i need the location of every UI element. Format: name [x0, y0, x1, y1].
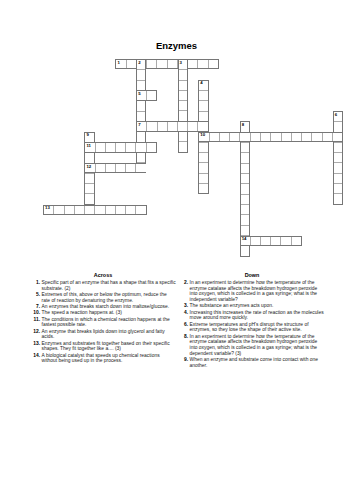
clue-item-text: Specific part of an enzyme that has a sh… — [42, 280, 176, 291]
clues-section: Across 1.Specific part of an enzyme that… — [0, 272, 353, 369]
clue-item: 2.In an experiment to determine how the … — [178, 280, 326, 303]
grid-cell: 11 — [85, 143, 94, 151]
grid-cell — [208, 60, 218, 68]
grid-cell: 3 — [179, 60, 187, 69]
clue-item-number: 12. — [30, 329, 42, 340]
grid-cell — [156, 60, 166, 68]
clue-item-number: 13. — [30, 341, 42, 352]
clue-item: 4.Increasing this increases the rate of … — [178, 310, 326, 321]
clue-number-label: 13 — [45, 205, 50, 210]
clue-item: 9.When an enzyme and substrate come into… — [178, 357, 326, 368]
clue-item-text: An enzyme that breaks lipids down into g… — [42, 329, 176, 340]
grid-cell — [241, 173, 249, 183]
down-clues-column: Down 2.In an experiment to determine how… — [178, 272, 326, 369]
grid-cell — [137, 100, 145, 110]
grid-cell — [334, 152, 342, 162]
clue-item-text: Enzymes and substrates fit together base… — [42, 341, 176, 352]
grid-cell — [177, 122, 187, 130]
grid-cell — [311, 133, 321, 141]
clue-item-number: 4. — [178, 310, 190, 321]
grid-cell — [270, 133, 280, 141]
clue-number-label: 10 — [200, 132, 205, 137]
word-box-13-across: 13 — [43, 205, 147, 215]
grid-cell — [115, 164, 125, 172]
grid-cell — [179, 69, 187, 79]
grid-cell: 10 — [199, 133, 208, 141]
grid-cell — [135, 206, 145, 214]
clue-number-label: 5 — [138, 91, 140, 96]
grid-cell — [241, 245, 249, 255]
grid-cell — [281, 133, 291, 141]
across-header: Across — [30, 272, 176, 278]
word-box-14-across: 14 — [240, 236, 302, 246]
grid-cell — [334, 121, 342, 131]
grid-cell: 5 — [137, 91, 146, 99]
clue-item: 11.The conditions in which a chemical re… — [30, 317, 176, 328]
grid-cell — [301, 133, 311, 141]
grid-cell — [219, 133, 229, 141]
down-header: Down — [178, 272, 326, 278]
grid-cell — [115, 143, 125, 151]
grid-cell: 13 — [44, 206, 53, 214]
grid-cell — [179, 110, 187, 120]
clue-number-label: 1 — [117, 60, 119, 65]
clue-item: 13.Enzymes and substrates fit together b… — [30, 341, 176, 352]
grid-cell — [260, 237, 270, 245]
grid-cell — [126, 60, 136, 68]
clue-item-text: Increasing this increases the rate of re… — [190, 310, 326, 321]
word-box-5-across: 5 — [136, 90, 157, 100]
clue-item-number: 10. — [30, 310, 42, 316]
down-clue-list: 2.In an experiment to determine how the … — [178, 280, 326, 369]
grid-cell — [137, 152, 145, 162]
grid-cell — [179, 131, 187, 141]
clue-item: 7.An enzymes that breaks starch down int… — [30, 304, 176, 310]
grid-cell — [199, 111, 207, 121]
grid-cell — [135, 164, 145, 172]
word-box-7-across: 7 — [136, 121, 208, 131]
grid-cell — [157, 122, 167, 130]
word-box-12-across: 12 — [84, 163, 146, 173]
grid-cell: 12 — [85, 164, 94, 172]
word-box-6-down: 6 — [333, 111, 343, 205]
clue-item-number: 7. — [30, 304, 42, 310]
grid-cell — [250, 133, 260, 141]
grid-cell: 8 — [241, 122, 249, 131]
clue-item-text: The substance an enzymes acts upon. — [190, 303, 326, 309]
grid-cell: 6 — [334, 112, 342, 121]
clue-item-text: The speed a reaction happens at. (3) — [42, 310, 176, 316]
grid-cell — [85, 152, 93, 162]
clue-number-label: 4 — [200, 80, 202, 85]
clue-item: 3.The substance an enzymes acts upon. — [178, 303, 326, 309]
grid-cell — [332, 133, 342, 141]
grid-cell — [167, 122, 177, 130]
crossword-document-page: { "game": "crossword", "title": "Enzymes… — [0, 0, 353, 500]
grid-cell — [137, 69, 145, 79]
grid-cell — [199, 100, 207, 110]
clue-number-label: 3 — [180, 60, 182, 65]
clue-item-number: 2. — [178, 280, 190, 303]
grid-cell — [241, 163, 249, 173]
clue-item: 10.The speed a reaction happens at. (3) — [30, 310, 176, 316]
grid-cell — [146, 122, 156, 130]
clue-item-number: 5. — [30, 292, 42, 303]
grid-cell — [125, 206, 135, 214]
grid-cell — [229, 133, 239, 141]
grid-cell — [84, 206, 94, 214]
grid-cell — [135, 143, 145, 151]
clue-item-text: In an experiment to determine how the te… — [190, 334, 326, 357]
crossword-grid: 1234567891011121314 — [0, 0, 353, 266]
clue-number-label: 7 — [138, 122, 140, 127]
grid-cell — [95, 164, 105, 172]
clue-number-label: 2 — [138, 60, 140, 65]
grid-cell — [85, 193, 93, 203]
grid-cell — [105, 206, 115, 214]
clue-item-number: 3. — [178, 303, 190, 309]
word-box-10-across: 10 — [198, 132, 343, 142]
grid-cell — [137, 131, 145, 141]
grid-cell — [241, 152, 249, 162]
clue-item: 8.In an experiment to determine how the … — [178, 334, 326, 357]
grid-cell — [146, 60, 156, 68]
grid-cell — [179, 80, 187, 90]
grid-cell — [53, 206, 63, 214]
grid-cell — [241, 183, 249, 193]
grid-cell — [167, 60, 177, 68]
grid-cell — [322, 133, 332, 141]
clue-number-label: 8 — [242, 122, 244, 127]
grid-cell — [241, 194, 249, 204]
clue-number-label: 9 — [86, 132, 88, 137]
grid-cell: 2 — [137, 60, 145, 69]
grid-cell — [105, 143, 115, 151]
grid-cell — [137, 80, 145, 90]
grid-cell: 7 — [137, 122, 146, 130]
grid-cell — [334, 162, 342, 172]
grid-cell — [241, 225, 249, 235]
grid-cell — [291, 133, 301, 141]
clue-item-number: 9. — [178, 357, 190, 368]
clue-item-text: Extreme temperatures and pH's disrupt th… — [190, 322, 326, 333]
grid-cell — [280, 237, 290, 245]
grid-cell: 9 — [85, 133, 93, 142]
grid-cell — [334, 142, 342, 152]
grid-cell: 1 — [116, 60, 125, 68]
clue-item-number: 6. — [178, 322, 190, 333]
grid-cell — [197, 122, 207, 130]
grid-cell — [241, 214, 249, 224]
grid-cell — [199, 183, 207, 193]
grid-cell — [291, 237, 301, 245]
clue-item-number: 1. — [30, 280, 42, 291]
clue-number-label: 6 — [335, 112, 337, 117]
grid-cell — [270, 237, 280, 245]
clue-item-text: In an experiment to determine how the te… — [190, 280, 326, 303]
grid-cell — [64, 206, 74, 214]
grid-cell — [334, 173, 342, 183]
grid-cell: 14 — [241, 237, 250, 245]
grid-cell — [199, 152, 207, 162]
grid-cell — [250, 237, 260, 245]
grid-cell: 4 — [199, 81, 207, 90]
grid-cell — [74, 206, 84, 214]
grid-cell — [146, 143, 156, 151]
clue-number-label: 11 — [86, 143, 91, 148]
grid-cell — [179, 100, 187, 110]
grid-cell — [105, 164, 115, 172]
grid-cell — [199, 162, 207, 172]
clue-item-number: 14. — [30, 353, 42, 364]
grid-cell — [239, 133, 249, 141]
grid-cell — [209, 133, 219, 141]
grid-cell — [334, 183, 342, 193]
grid-cell — [85, 173, 93, 183]
grid-cell — [199, 90, 207, 100]
grid-cell — [199, 173, 207, 183]
across-clue-list: 1.Specific part of an enzyme that has a … — [30, 280, 176, 364]
grid-cell — [85, 183, 93, 193]
grid-cell — [197, 60, 207, 68]
clue-item: 1.Specific part of an enzyme that has a … — [30, 280, 176, 291]
clue-item-text: An enzymes that breaks starch down into … — [42, 304, 176, 310]
grid-cell — [137, 111, 145, 121]
grid-cell — [260, 133, 270, 141]
clue-item-text: When an enzyme and substrate come into c… — [190, 357, 326, 368]
across-clues-column: Across 1.Specific part of an enzyme that… — [30, 272, 176, 369]
grid-cell — [241, 204, 249, 214]
grid-cell — [187, 122, 197, 130]
grid-cell — [199, 142, 207, 152]
clue-item: 6.Extreme temperatures and pH's disrupt … — [178, 322, 326, 333]
grid-cell — [187, 60, 197, 68]
grid-cell — [94, 206, 104, 214]
grid-cell — [115, 206, 125, 214]
clue-item-text: Extremes of this, above or below the opt… — [42, 292, 176, 303]
grid-cell — [179, 141, 187, 151]
grid-cell — [125, 143, 135, 151]
grid-cell — [334, 193, 342, 203]
clue-number-label: 12 — [86, 164, 91, 169]
word-box-11-across: 11 — [84, 142, 156, 152]
word-box-3-down: 3 — [178, 59, 188, 153]
word-box-1-across: 1 — [115, 59, 219, 69]
clue-item: 5.Extremes of this, above or below the o… — [30, 292, 176, 303]
grid-cell — [179, 90, 187, 100]
clue-item-text: A biological catalyst that speeds up che… — [42, 353, 176, 364]
grid-cell — [125, 164, 135, 172]
clue-number-label: 14 — [242, 236, 247, 241]
clue-item-number: 8. — [178, 334, 190, 357]
word-box-2-down: 2 — [136, 59, 146, 173]
clue-item: 14.A biological catalyst that speeds up … — [30, 353, 176, 364]
clue-item-text: The conditions in which a chemical react… — [42, 317, 176, 328]
grid-cell — [146, 91, 156, 99]
grid-cell — [95, 143, 105, 151]
grid-cell — [241, 142, 249, 152]
clue-item-number: 11. — [30, 317, 42, 328]
clue-item: 12.An enzyme that breaks lipids down int… — [30, 329, 176, 340]
